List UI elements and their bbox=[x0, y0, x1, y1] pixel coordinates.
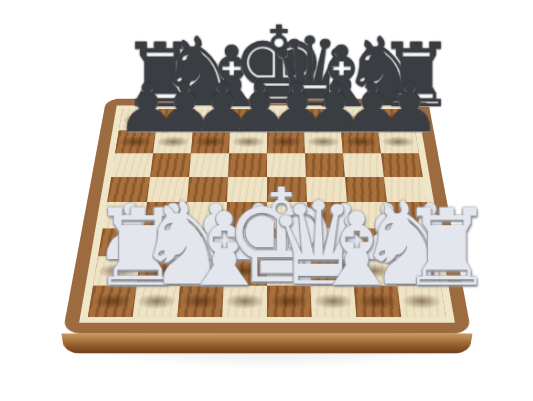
piece-black-pawn: ♟ bbox=[380, 74, 418, 142]
piece-shadow bbox=[225, 294, 264, 309]
square-d5 bbox=[227, 177, 267, 202]
piece-black-rook: ♜ bbox=[377, 32, 414, 120]
square-e1: ♛ bbox=[267, 286, 312, 317]
square-f4 bbox=[307, 202, 349, 228]
piece-black-pawn: ♟ bbox=[117, 74, 155, 142]
square-c8: ♝ bbox=[193, 109, 231, 131]
piece-shadow bbox=[159, 115, 192, 125]
piece-shadow bbox=[269, 115, 301, 125]
piece-shadow bbox=[401, 294, 442, 309]
square-c2: ♟ bbox=[180, 256, 225, 286]
square-b3 bbox=[140, 228, 185, 256]
piece-shadow bbox=[270, 294, 309, 309]
square-e6 bbox=[267, 153, 306, 177]
piece-shadow bbox=[92, 294, 133, 309]
square-d4 bbox=[226, 202, 267, 228]
square-f5 bbox=[306, 177, 347, 202]
piece-shadow bbox=[344, 136, 378, 147]
square-c1: ♝ bbox=[177, 286, 223, 317]
square-f6 bbox=[305, 153, 345, 177]
square-b4 bbox=[144, 202, 187, 228]
piece-shadow bbox=[156, 136, 190, 147]
square-a8: ♜ bbox=[119, 109, 159, 131]
square-b5 bbox=[147, 177, 189, 202]
piece-shadow bbox=[136, 294, 176, 309]
piece-shadow bbox=[270, 264, 308, 278]
square-b8: ♞ bbox=[156, 109, 195, 131]
piece-shadow bbox=[183, 264, 222, 278]
square-c3 bbox=[182, 228, 225, 256]
piece-shadow bbox=[381, 136, 416, 147]
square-h7: ♟ bbox=[378, 131, 419, 154]
piece-shadow bbox=[355, 264, 394, 278]
square-g8: ♞ bbox=[339, 109, 378, 131]
square-f1: ♝ bbox=[310, 286, 356, 317]
square-f8: ♝ bbox=[303, 109, 341, 131]
square-h3 bbox=[390, 228, 436, 256]
piece-shadow bbox=[97, 264, 137, 278]
piece-black-pawn: ♟ bbox=[305, 74, 343, 142]
square-f2: ♟ bbox=[309, 256, 354, 286]
square-a6 bbox=[111, 153, 153, 177]
piece-black-pawn: ♟ bbox=[229, 74, 267, 142]
square-b1: ♞ bbox=[133, 286, 180, 317]
square-h5 bbox=[384, 177, 427, 202]
square-g2: ♟ bbox=[352, 256, 398, 286]
chess-set-photo: ♜♞♝♚♛♝♞♜♟♟♟♟♟♟♟♟♟♟♟♟♟♟♟♟♜♞♝♚♛♝♞♜ bbox=[0, 0, 533, 401]
square-b2: ♟ bbox=[137, 256, 183, 286]
square-a7: ♟ bbox=[115, 131, 156, 154]
square-h6 bbox=[381, 153, 423, 177]
piece-shadow bbox=[312, 264, 351, 278]
square-d2: ♟ bbox=[224, 256, 267, 286]
square-g7: ♟ bbox=[341, 131, 381, 154]
piece-shadow bbox=[269, 136, 302, 147]
square-a3 bbox=[98, 228, 144, 256]
piece-shadow bbox=[232, 136, 265, 147]
piece-black-pawn: ♟ bbox=[267, 74, 305, 142]
piece-shadow bbox=[397, 264, 437, 278]
piece-shadow bbox=[140, 264, 179, 278]
square-h4 bbox=[387, 202, 431, 228]
square-g3 bbox=[349, 228, 394, 256]
square-a5 bbox=[107, 177, 150, 202]
square-h2: ♟ bbox=[394, 256, 441, 286]
piece-black-knight: ♞ bbox=[157, 25, 194, 120]
piece-shadow bbox=[306, 115, 339, 125]
piece-shadow bbox=[196, 115, 229, 125]
board-front-rim bbox=[61, 333, 472, 353]
square-h8: ♜ bbox=[375, 109, 415, 131]
piece-black-bishop: ♝ bbox=[194, 36, 231, 120]
square-d8: ♚ bbox=[230, 109, 267, 131]
piece-shadow bbox=[313, 294, 353, 309]
piece-black-rook: ♜ bbox=[121, 32, 158, 120]
piece-shadow bbox=[232, 115, 264, 125]
square-f3 bbox=[308, 228, 351, 256]
square-f7: ♟ bbox=[304, 131, 343, 154]
square-d7: ♟ bbox=[229, 131, 267, 154]
square-c4 bbox=[185, 202, 227, 228]
square-g4 bbox=[347, 202, 390, 228]
square-a4 bbox=[103, 202, 147, 228]
square-b6 bbox=[150, 153, 191, 177]
piece-black-queen: ♛ bbox=[267, 25, 304, 120]
square-b7: ♟ bbox=[153, 131, 193, 154]
square-g1: ♞ bbox=[354, 286, 401, 317]
square-d1: ♚ bbox=[222, 286, 267, 317]
square-e4 bbox=[267, 202, 308, 228]
square-d3 bbox=[225, 228, 267, 256]
square-e7: ♟ bbox=[267, 131, 305, 154]
square-e8: ♛ bbox=[267, 109, 304, 131]
square-c5 bbox=[187, 177, 228, 202]
chessboard-frame: ♜♞♝♚♛♝♞♜♟♟♟♟♟♟♟♟♟♟♟♟♟♟♟♟♜♞♝♚♛♝♞♜ bbox=[62, 99, 471, 334]
square-a2: ♟ bbox=[93, 256, 140, 286]
piece-shadow bbox=[181, 294, 221, 309]
piece-shadow bbox=[378, 115, 412, 125]
piece-shadow bbox=[342, 115, 375, 125]
square-c7: ♟ bbox=[191, 131, 230, 154]
piece-shadow bbox=[307, 136, 341, 147]
square-e5 bbox=[267, 177, 307, 202]
piece-black-king: ♚ bbox=[230, 12, 267, 120]
square-e3 bbox=[267, 228, 309, 256]
piece-shadow bbox=[194, 136, 228, 147]
square-h1: ♜ bbox=[397, 286, 446, 317]
piece-black-bishop: ♝ bbox=[304, 36, 341, 120]
square-g6 bbox=[343, 153, 384, 177]
piece-black-pawn: ♟ bbox=[342, 74, 380, 142]
piece-black-pawn: ♟ bbox=[192, 74, 230, 142]
piece-shadow bbox=[226, 264, 264, 278]
chessboard-squares: ♜♞♝♚♛♝♞♜♟♟♟♟♟♟♟♟♟♟♟♟♟♟♟♟♜♞♝♚♛♝♞♜ bbox=[79, 105, 455, 322]
square-d6 bbox=[228, 153, 267, 177]
piece-shadow bbox=[357, 294, 397, 309]
piece-black-pawn: ♟ bbox=[154, 74, 192, 142]
piece-shadow bbox=[118, 136, 153, 147]
square-c6 bbox=[189, 153, 229, 177]
square-a1: ♜ bbox=[88, 286, 137, 317]
square-e2: ♟ bbox=[267, 256, 310, 286]
piece-black-knight: ♞ bbox=[340, 25, 377, 120]
piece-shadow bbox=[122, 115, 156, 125]
square-g5 bbox=[345, 177, 387, 202]
